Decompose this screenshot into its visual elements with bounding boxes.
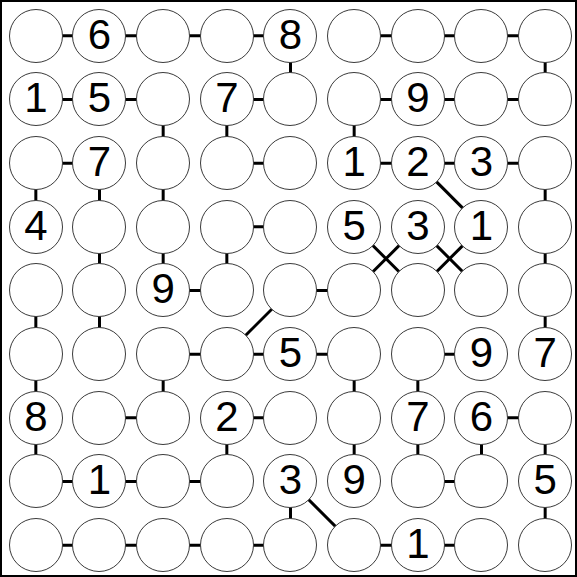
cell-r5c8[interactable] xyxy=(454,263,508,317)
given-digit: 8 xyxy=(24,396,47,440)
cell-r8c2[interactable]: 1 xyxy=(72,454,126,508)
given-digit: 6 xyxy=(470,396,493,440)
cell-r6c8[interactable]: 9 xyxy=(454,327,508,381)
cell-r5c9[interactable] xyxy=(518,263,572,317)
given-digit: 9 xyxy=(151,268,174,312)
given-digit: 9 xyxy=(342,459,365,503)
cell-r4c1[interactable]: 4 xyxy=(9,200,63,254)
cell-r1c3[interactable] xyxy=(136,9,190,63)
cell-r8c7[interactable] xyxy=(391,454,445,508)
cell-r1c2[interactable]: 6 xyxy=(72,9,126,63)
cell-r3c1[interactable] xyxy=(9,136,63,190)
given-digit: 1 xyxy=(24,77,47,121)
cell-r4c3[interactable] xyxy=(136,200,190,254)
cell-r7c7[interactable]: 7 xyxy=(391,391,445,445)
cell-r5c7[interactable] xyxy=(391,263,445,317)
given-digit: 5 xyxy=(533,459,556,503)
cell-r7c5[interactable] xyxy=(263,391,317,445)
given-digit: 9 xyxy=(406,77,429,121)
cell-r1c7[interactable] xyxy=(391,9,445,63)
cell-r3c6[interactable]: 1 xyxy=(327,136,381,190)
cell-r4c6[interactable]: 5 xyxy=(327,200,381,254)
cell-r8c3[interactable] xyxy=(136,454,190,508)
given-digit: 3 xyxy=(470,141,493,185)
cell-r7c2[interactable] xyxy=(72,391,126,445)
cell-r4c9[interactable] xyxy=(518,200,572,254)
cell-r4c8[interactable]: 1 xyxy=(454,200,508,254)
cell-r2c6[interactable] xyxy=(327,72,381,126)
cell-r7c1[interactable]: 8 xyxy=(9,391,63,445)
cell-r9c7[interactable]: 1 xyxy=(391,518,445,572)
cell-r5c5[interactable] xyxy=(263,263,317,317)
cell-r6c3[interactable] xyxy=(136,327,190,381)
given-digit: 1 xyxy=(470,205,493,249)
cell-r2c1[interactable]: 1 xyxy=(9,72,63,126)
cell-r1c1[interactable] xyxy=(9,9,63,63)
cell-r1c5[interactable]: 8 xyxy=(263,9,317,63)
cell-r5c3[interactable]: 9 xyxy=(136,263,190,317)
cell-r7c6[interactable] xyxy=(327,391,381,445)
given-digit: 1 xyxy=(406,523,429,567)
cell-r9c1[interactable] xyxy=(9,518,63,572)
cell-r9c8[interactable] xyxy=(454,518,508,572)
cell-r8c1[interactable] xyxy=(9,454,63,508)
given-digit: 6 xyxy=(88,14,111,58)
given-digit: 7 xyxy=(406,396,429,440)
cell-r8c5[interactable]: 3 xyxy=(263,454,317,508)
cell-r9c4[interactable] xyxy=(200,518,254,572)
given-digit: 5 xyxy=(342,205,365,249)
cell-r3c2[interactable]: 7 xyxy=(72,136,126,190)
given-digit: 2 xyxy=(215,396,238,440)
cell-r5c2[interactable] xyxy=(72,263,126,317)
cell-r6c5[interactable]: 5 xyxy=(263,327,317,381)
cell-r6c4[interactable] xyxy=(200,327,254,381)
given-digit: 7 xyxy=(88,141,111,185)
cell-r5c6[interactable] xyxy=(327,263,381,317)
cell-r1c6[interactable] xyxy=(327,9,381,63)
given-digit: 2 xyxy=(406,141,429,185)
board-grid: 681579712345319597827613951 xyxy=(4,4,577,577)
cell-r2c4[interactable]: 7 xyxy=(200,72,254,126)
given-digit: 1 xyxy=(88,459,111,503)
cell-r3c3[interactable] xyxy=(136,136,190,190)
cell-r2c2[interactable]: 5 xyxy=(72,72,126,126)
cell-r2c3[interactable] xyxy=(136,72,190,126)
cell-r1c4[interactable] xyxy=(200,9,254,63)
cell-r9c6[interactable] xyxy=(327,518,381,572)
cell-r5c4[interactable] xyxy=(200,263,254,317)
chain-sudoku-board: 681579712345319597827613951 xyxy=(0,0,577,577)
cell-r2c7[interactable]: 9 xyxy=(391,72,445,126)
given-digit: 4 xyxy=(24,205,47,249)
given-digit: 8 xyxy=(279,14,302,58)
cell-r2c5[interactable] xyxy=(263,72,317,126)
cell-r8c4[interactable] xyxy=(200,454,254,508)
cell-r8c9[interactable]: 5 xyxy=(518,454,572,508)
cell-r7c4[interactable]: 2 xyxy=(200,391,254,445)
cell-r4c2[interactable] xyxy=(72,200,126,254)
cell-r9c2[interactable] xyxy=(72,518,126,572)
cell-r7c8[interactable]: 6 xyxy=(454,391,508,445)
cell-r6c2[interactable] xyxy=(72,327,126,381)
cell-r4c7[interactable]: 3 xyxy=(391,200,445,254)
cell-r2c9[interactable] xyxy=(518,72,572,126)
given-digit: 1 xyxy=(342,141,365,185)
cell-r8c8[interactable] xyxy=(454,454,508,508)
cell-r4c4[interactable] xyxy=(200,200,254,254)
cell-r3c7[interactable]: 2 xyxy=(391,136,445,190)
cell-r2c8[interactable] xyxy=(454,72,508,126)
cell-r4c5[interactable] xyxy=(263,200,317,254)
cell-r3c5[interactable] xyxy=(263,136,317,190)
given-digit: 5 xyxy=(88,77,111,121)
cell-r3c8[interactable]: 3 xyxy=(454,136,508,190)
cell-r7c9[interactable] xyxy=(518,391,572,445)
cell-r9c3[interactable] xyxy=(136,518,190,572)
cell-r6c1[interactable] xyxy=(9,327,63,381)
given-digit: 3 xyxy=(406,205,429,249)
given-digit: 7 xyxy=(533,332,556,376)
given-digit: 3 xyxy=(279,459,302,503)
given-digit: 7 xyxy=(215,77,238,121)
cell-r3c9[interactable] xyxy=(518,136,572,190)
cell-r5c1[interactable] xyxy=(9,263,63,317)
cell-r6c9[interactable]: 7 xyxy=(518,327,572,381)
cell-r9c5[interactable] xyxy=(263,518,317,572)
given-digit: 9 xyxy=(470,332,493,376)
cell-r3c4[interactable] xyxy=(200,136,254,190)
cell-r6c7[interactable] xyxy=(391,327,445,381)
cell-r7c3[interactable] xyxy=(136,391,190,445)
cell-r6c6[interactable] xyxy=(327,327,381,381)
cell-r1c8[interactable] xyxy=(454,9,508,63)
cell-r8c6[interactable]: 9 xyxy=(327,454,381,508)
given-digit: 5 xyxy=(279,332,302,376)
cell-r1c9[interactable] xyxy=(518,9,572,63)
cell-r9c9[interactable] xyxy=(518,518,572,572)
